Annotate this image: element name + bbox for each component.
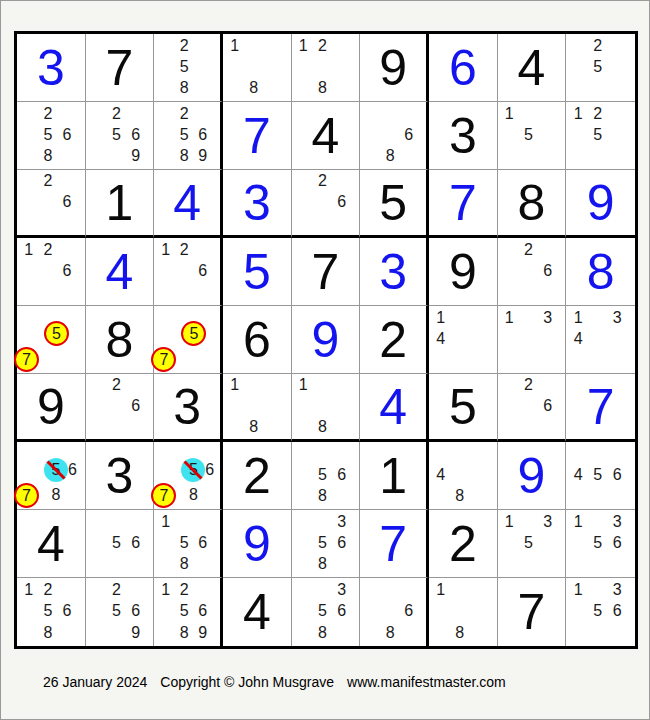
candidate-6: 6 (193, 601, 212, 623)
candidate-1: 1 (19, 579, 38, 601)
footer-website: www.manifestmaster.com (347, 674, 506, 690)
solved-digit: 3 (37, 43, 65, 93)
candidate-9: 9 (193, 622, 212, 644)
cell-r8c6[interactable]: 7 (360, 510, 429, 578)
candidate-1: 1 (19, 239, 38, 260)
pencil-marks: 1356 (568, 579, 627, 644)
pencil-marks: 26 (19, 171, 77, 233)
cell-r4c9[interactable]: 8 (566, 238, 635, 306)
candidate-5: 5 (107, 601, 126, 623)
cell-r2c2[interactable]: 2569 (86, 102, 155, 170)
candidate-6: 6 (193, 532, 212, 553)
cell-r6c2[interactable]: 26 (86, 374, 155, 442)
candidate-5-highlighted: 5 (181, 321, 206, 346)
candidate-5: 5 (175, 601, 194, 623)
cell-r5c7[interactable]: 14 (429, 306, 498, 374)
cell-r2c9[interactable]: 125 (566, 102, 635, 170)
cell-r3c8[interactable]: 8 (498, 170, 567, 238)
pencil-marks: 68 (362, 579, 418, 644)
solved-digit: 3 (379, 247, 407, 297)
given-digit: 1 (106, 178, 134, 228)
cell-r8c1[interactable]: 4 (17, 510, 86, 578)
candidate-6: 6 (607, 464, 627, 485)
candidate-1: 1 (294, 375, 313, 396)
cell-r7c3[interactable]: 5678 (154, 442, 223, 510)
candidate-6: 6 (126, 532, 145, 553)
cell-r3c4[interactable]: 3 (223, 170, 292, 238)
given-digit: 5 (379, 178, 407, 228)
solved-digit: 9 (518, 451, 546, 501)
candidate-1: 1 (431, 579, 450, 601)
pencil-marks: 258 (156, 35, 212, 99)
pencil-marks: 14 (431, 307, 489, 371)
pencil-marks: 1568 (156, 511, 212, 575)
candidate-6: 6 (193, 260, 212, 281)
candidate-3: 3 (538, 511, 557, 532)
cell-r4c7[interactable]: 9 (429, 238, 498, 306)
given-digit: 7 (106, 43, 134, 93)
cell-r7c8[interactable]: 9 (498, 442, 567, 510)
pencil-marks: 26 (500, 375, 558, 437)
pencil-marks: 18 (225, 35, 283, 99)
candidate-1: 1 (225, 375, 244, 396)
candidate-5: 5 (588, 124, 608, 145)
candidate-5: 5 (588, 56, 608, 77)
solved-digit: 7 (243, 111, 271, 161)
cell-r3c1[interactable]: 26 (17, 170, 86, 238)
candidate-2: 2 (107, 103, 126, 124)
candidate-1: 1 (294, 35, 313, 56)
pencil-marks: 128 (294, 35, 352, 99)
candidate-2: 2 (313, 171, 332, 192)
given-digit: 4 (518, 43, 546, 93)
cell-r5c1[interactable]: 57 (17, 306, 86, 374)
cell-r7c2[interactable]: 3 (86, 442, 155, 510)
cell-r8c5[interactable]: 3568 (292, 510, 361, 578)
cell-r6c8[interactable]: 26 (498, 374, 567, 442)
candidate-8: 8 (175, 146, 194, 167)
candidate-1: 1 (568, 103, 588, 124)
pencil-marks: 13 (500, 307, 558, 371)
given-digit: 3 (173, 382, 201, 432)
pencil-marks: 26 (294, 171, 352, 233)
cell-r1c7[interactable]: 6 (429, 34, 498, 102)
footer-copyright: Copyright © John Musgrave (160, 674, 334, 690)
pencil-marks: 2569 (88, 579, 146, 644)
candidate-1: 1 (156, 579, 175, 601)
candidate-2: 2 (313, 35, 332, 56)
candidate-6: 6 (193, 124, 212, 145)
cell-r1c9[interactable]: 25 (566, 34, 635, 102)
candidate-4: 4 (568, 464, 588, 485)
candidate-5: 5 (313, 464, 332, 485)
cell-r5c4[interactable]: 6 (223, 306, 292, 374)
cell-r9c8[interactable]: 7 (498, 578, 567, 646)
candidate-4: 4 (431, 464, 450, 485)
candidate-5: 5 (588, 464, 608, 485)
candidate-5-eliminated: 5 (44, 458, 68, 482)
candidate-8: 8 (313, 416, 332, 437)
candidate-8: 8 (175, 78, 194, 99)
candidate-2: 2 (107, 579, 126, 601)
candidate-8: 8 (450, 622, 469, 644)
candidate-5: 5 (588, 601, 608, 623)
candidate-6: 6 (57, 260, 76, 281)
candidate-9: 9 (193, 146, 212, 167)
pencil-marks: 18 (431, 579, 489, 644)
candidate-5: 5 (107, 532, 126, 553)
given-digit: 8 (518, 178, 546, 228)
pencil-marks: 56 (88, 511, 146, 575)
solved-digit: 8 (587, 247, 615, 297)
candidate-6: 6 (607, 532, 627, 553)
solved-digit: 7 (587, 382, 615, 432)
candidate-8: 8 (38, 622, 57, 644)
given-digit: 1 (379, 451, 407, 501)
cell-r3c2[interactable]: 1 (86, 170, 155, 238)
cell-r6c4[interactable]: 18 (223, 374, 292, 442)
candidate-5: 5 (313, 532, 332, 553)
candidate-1: 1 (568, 307, 588, 328)
cell-r1c2[interactable]: 7 (86, 34, 155, 102)
candidate-7-highlighted: 7 (14, 347, 39, 372)
cell-r1c1[interactable]: 3 (17, 34, 86, 102)
candidate-8: 8 (44, 482, 68, 507)
candidate-6: 6 (57, 192, 76, 213)
pencil-marks: 18 (225, 375, 283, 437)
candidate-3: 3 (538, 307, 557, 328)
solved-digit: 9 (243, 519, 271, 569)
candidate-6: 6 (332, 601, 351, 623)
candidate-7-highlighted: 7 (151, 347, 176, 372)
candidate-6: 6 (126, 124, 145, 145)
candidate-7-highlighted: 7 (14, 483, 39, 508)
candidate-5-eliminated: 5 (181, 458, 205, 482)
pencil-marks: 3568 (294, 579, 352, 644)
candidate-1: 1 (500, 511, 519, 532)
candidate-6: 6 (332, 192, 351, 213)
candidate-5: 5 (38, 124, 57, 145)
pencil-marks: 25 (568, 35, 627, 99)
candidate-3: 3 (607, 579, 627, 601)
candidate-8: 8 (175, 622, 194, 644)
cell-r6c1[interactable]: 9 (17, 374, 86, 442)
solved-digit: 9 (312, 315, 340, 365)
cell-r9c2[interactable]: 2569 (86, 578, 155, 646)
cell-r4c3[interactable]: 126 (154, 238, 223, 306)
candidate-8: 8 (38, 146, 57, 167)
footer-date: 26 January 2024 (43, 674, 147, 690)
cell-r7c9[interactable]: 456 (566, 442, 635, 510)
given-digit: 4 (243, 587, 271, 637)
cell-r1c4[interactable]: 18 (223, 34, 292, 102)
candidate-6: 6 (538, 260, 557, 281)
cell-r5c8[interactable]: 13 (498, 306, 567, 374)
candidate-2: 2 (175, 579, 194, 601)
pencil-marks: 15 (500, 103, 558, 167)
pencil-marks: 26 (500, 239, 558, 303)
cell-r8c9[interactable]: 1356 (566, 510, 635, 578)
given-digit: 4 (37, 519, 65, 569)
cell-r5c9[interactable]: 134 (566, 306, 635, 374)
candidate-2: 2 (38, 579, 57, 601)
given-digit: 7 (518, 587, 546, 637)
candidate-8: 8 (244, 78, 263, 99)
candidate-8: 8 (313, 78, 332, 99)
candidate-1: 1 (156, 511, 175, 532)
cell-r5c6[interactable]: 2 (360, 306, 429, 374)
solved-digit: 4 (173, 178, 201, 228)
candidate-7-highlighted: 7 (151, 483, 176, 508)
candidate-6: 6 (538, 396, 557, 417)
candidate-6: 6 (126, 396, 145, 417)
cell-r4c5[interactable]: 7 (292, 238, 361, 306)
cell-r2c1[interactable]: 2568 (17, 102, 86, 170)
pencil-marks: 18 (294, 375, 352, 437)
given-digit: 3 (106, 451, 134, 501)
given-digit: 2 (449, 519, 477, 569)
cell-r4c8[interactable]: 26 (498, 238, 567, 306)
cell-r8c8[interactable]: 135 (498, 510, 567, 578)
given-digit: 9 (379, 43, 407, 93)
cell-r8c2[interactable]: 56 (86, 510, 155, 578)
cell-r6c6[interactable]: 4 (360, 374, 429, 442)
candidate-8: 8 (450, 486, 469, 507)
cell-r4c4[interactable]: 5 (223, 238, 292, 306)
footer: 26 January 2024 Copyright © John Musgrav… (43, 674, 506, 690)
given-digit: 4 (312, 111, 340, 161)
cell-r8c7[interactable]: 2 (429, 510, 498, 578)
given-digit: 7 (312, 247, 340, 297)
pencil-marks: 126 (156, 239, 212, 303)
pencil-marks: 456 (568, 443, 627, 507)
candidate-5: 5 (175, 56, 194, 77)
cell-r1c6[interactable]: 9 (360, 34, 429, 102)
given-digit: 2 (243, 451, 271, 501)
candidate-8: 8 (381, 622, 400, 644)
pencil-marks: 3568 (294, 511, 352, 575)
cell-r3c9[interactable]: 9 (566, 170, 635, 238)
pencil-marks: 2569 (88, 103, 146, 167)
cell-r9c4[interactable]: 4 (223, 578, 292, 646)
given-digit: 9 (449, 247, 477, 297)
candidate-1: 1 (500, 307, 519, 328)
solved-digit: 7 (379, 519, 407, 569)
cell-r9c6[interactable]: 68 (360, 578, 429, 646)
solved-digit: 5 (243, 247, 271, 297)
cell-r2c4[interactable]: 7 (223, 102, 292, 170)
candidate-9: 9 (126, 146, 145, 167)
cell-r3c3[interactable]: 4 (154, 170, 223, 238)
candidate-8: 8 (175, 554, 194, 575)
cell-r4c6[interactable]: 3 (360, 238, 429, 306)
given-digit: 3 (449, 111, 477, 161)
candidate-5: 5 (107, 124, 126, 145)
sudoku-board: 3725818128964252568256925689746831512526… (14, 31, 638, 649)
pencil-marks: 25689 (156, 103, 212, 167)
cell-r2c5[interactable]: 4 (292, 102, 361, 170)
candidate-6: 6 (607, 601, 627, 623)
candidate-6: 6 (205, 458, 214, 482)
candidate-8: 8 (181, 482, 205, 507)
cell-r2c6[interactable]: 68 (360, 102, 429, 170)
candidate-1: 1 (568, 511, 588, 532)
pencil-marks: 2568 (19, 103, 77, 167)
candidate-6: 6 (68, 458, 77, 482)
pencil-marks: 12568 (19, 579, 77, 644)
solved-digit: 7 (449, 178, 477, 228)
candidate-2: 2 (175, 35, 194, 56)
candidate-8: 8 (313, 554, 332, 575)
cell-r9c5[interactable]: 3568 (292, 578, 361, 646)
pencil-marks: 125 (568, 103, 627, 167)
candidate-6: 6 (332, 532, 351, 553)
cell-r2c7[interactable]: 3 (429, 102, 498, 170)
pencil-marks: 68 (362, 103, 418, 167)
cell-r7c4[interactable]: 2 (223, 442, 292, 510)
given-digit: 6 (243, 315, 271, 365)
solved-digit: 4 (379, 382, 407, 432)
cell-r5c2[interactable]: 8 (86, 306, 155, 374)
candidate-2: 2 (519, 375, 538, 396)
candidate-5: 5 (38, 601, 57, 623)
cell-r1c8[interactable]: 4 (498, 34, 567, 102)
candidate-4: 4 (568, 328, 588, 349)
candidate-6: 6 (126, 601, 145, 623)
cell-r6c5[interactable]: 18 (292, 374, 361, 442)
candidate-5: 5 (519, 124, 538, 145)
candidate-5: 5 (588, 532, 608, 553)
cell-r3c6[interactable]: 5 (360, 170, 429, 238)
candidate-2: 2 (38, 103, 57, 124)
cell-r8c3[interactable]: 1568 (154, 510, 223, 578)
candidate-2: 2 (588, 103, 608, 124)
candidate-6: 6 (399, 601, 418, 623)
candidate-9: 9 (126, 622, 145, 644)
pencil-marks: 125689 (156, 579, 212, 644)
candidate-1: 1 (500, 103, 519, 124)
cell-r3c7[interactable]: 7 (429, 170, 498, 238)
pencil-marks: 57 (156, 307, 212, 371)
cell-r4c1[interactable]: 126 (17, 238, 86, 306)
pencil-marks: 1356 (568, 511, 627, 575)
cell-r7c5[interactable]: 568 (292, 442, 361, 510)
candidate-3: 3 (607, 307, 627, 328)
cell-r2c8[interactable]: 15 (498, 102, 567, 170)
candidate-6: 6 (57, 601, 76, 623)
pencil-marks: 48 (431, 443, 489, 507)
cell-r6c9[interactable]: 7 (566, 374, 635, 442)
candidate-8: 8 (244, 416, 263, 437)
candidate-5: 5 (175, 124, 194, 145)
candidate-2: 2 (519, 239, 538, 260)
cell-r9c1[interactable]: 12568 (17, 578, 86, 646)
cell-r3c5[interactable]: 26 (292, 170, 361, 238)
solved-digit: 3 (243, 178, 271, 228)
candidate-2: 2 (588, 35, 608, 56)
candidate-4: 4 (431, 328, 450, 349)
candidate-5-highlighted: 5 (44, 321, 69, 346)
candidate-5: 5 (519, 532, 538, 553)
candidate-8: 8 (313, 486, 332, 507)
cell-r8c4[interactable]: 9 (223, 510, 292, 578)
candidate-3: 3 (332, 511, 351, 532)
candidate-2: 2 (38, 239, 57, 260)
cell-r7c1[interactable]: 5678 (17, 442, 86, 510)
cell-r7c6[interactable]: 1 (360, 442, 429, 510)
pencil-marks: 134 (568, 307, 627, 371)
cell-r5c3[interactable]: 57 (154, 306, 223, 374)
cell-r7c7[interactable]: 48 (429, 442, 498, 510)
candidate-5: 5 (313, 601, 332, 623)
cell-r1c5[interactable]: 128 (292, 34, 361, 102)
cell-r6c7[interactable]: 5 (429, 374, 498, 442)
given-digit: 2 (379, 315, 407, 365)
given-digit: 8 (106, 315, 134, 365)
solved-digit: 4 (106, 247, 134, 297)
candidate-1: 1 (431, 307, 450, 328)
pencil-marks: 126 (19, 239, 77, 303)
pencil-marks: 57 (19, 307, 77, 371)
candidate-5: 5 (175, 532, 194, 553)
cell-r1c3[interactable]: 258 (154, 34, 223, 102)
candidate-2: 2 (175, 239, 194, 260)
candidate-3: 3 (607, 511, 627, 532)
cell-r9c7[interactable]: 18 (429, 578, 498, 646)
candidate-1: 1 (225, 35, 244, 56)
candidate-1: 1 (568, 579, 588, 601)
pencil-marks: 5678 (19, 443, 77, 507)
candidate-8: 8 (313, 622, 332, 644)
solved-digit: 6 (449, 43, 477, 93)
candidate-6: 6 (57, 124, 76, 145)
given-digit: 5 (449, 382, 477, 432)
solved-digit: 9 (587, 178, 615, 228)
cell-r4c2[interactable]: 4 (86, 238, 155, 306)
cell-r9c9[interactable]: 1356 (566, 578, 635, 646)
pencil-marks: 135 (500, 511, 558, 575)
cell-r6c3[interactable]: 3 (154, 374, 223, 442)
cell-r5c5[interactable]: 9 (292, 306, 361, 374)
candidate-2: 2 (38, 171, 57, 192)
pencil-marks: 26 (88, 375, 146, 437)
candidate-6: 6 (399, 124, 418, 145)
cell-r2c3[interactable]: 25689 (154, 102, 223, 170)
candidate-1: 1 (156, 239, 175, 260)
candidate-6: 6 (332, 464, 351, 485)
pencil-marks: 568 (294, 443, 352, 507)
given-digit: 9 (37, 382, 65, 432)
candidate-2: 2 (107, 375, 126, 396)
pencil-marks: 5678 (156, 443, 212, 507)
candidate-2: 2 (175, 103, 194, 124)
candidate-8: 8 (381, 146, 400, 167)
candidate-3: 3 (332, 579, 351, 601)
cell-r9c3[interactable]: 125689 (154, 578, 223, 646)
